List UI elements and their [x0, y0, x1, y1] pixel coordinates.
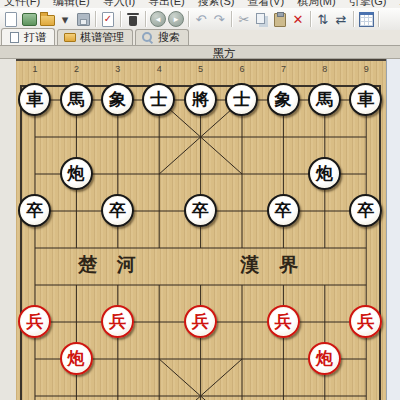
board-cell: 卒: [262, 192, 303, 229]
open-icon[interactable]: [38, 10, 56, 28]
board-cell: 兵: [180, 303, 221, 340]
toolbar-separator: [145, 11, 146, 27]
board-cell: 炮: [304, 340, 345, 377]
toolbar-separator: [353, 11, 354, 27]
redo-icon[interactable]: ↷: [210, 10, 228, 28]
black-piece-車[interactable]: 車: [18, 83, 51, 116]
toolbar-separator: [231, 11, 232, 27]
board-cell: 車: [345, 81, 386, 118]
tab-label: 搜索: [158, 30, 180, 45]
board-area: 楚河 漢界 車馬象士將士象馬車炮炮卒卒卒卒卒兵兵兵兵兵炮炮 123456789: [0, 59, 400, 400]
edit-icon[interactable]: [99, 10, 117, 28]
black-piece-卒[interactable]: 卒: [184, 194, 217, 227]
back-icon[interactable]: [149, 10, 167, 28]
open-dropdown-caret[interactable]: ▾: [56, 10, 74, 28]
tab-label: 打谱: [24, 30, 46, 45]
black-piece-卒[interactable]: 卒: [267, 194, 300, 227]
red-piece-兵[interactable]: 兵: [267, 305, 300, 338]
table-icon[interactable]: [357, 10, 375, 28]
remove-icon[interactable]: ✕: [289, 10, 307, 28]
column-number: 6: [236, 64, 248, 74]
board-cell: 卒: [345, 192, 386, 229]
menu-item[interactable]: 文件(F): [4, 0, 40, 8]
red-piece-炮[interactable]: 炮: [308, 342, 341, 375]
board-cell: 象: [262, 81, 303, 118]
menu-item[interactable]: 引擎(G): [349, 0, 387, 8]
sort-icon[interactable]: ⇅: [314, 10, 332, 28]
board-cell: 炮: [55, 155, 96, 192]
black-piece-將[interactable]: 將: [184, 83, 217, 116]
board-cell: 將: [180, 81, 221, 118]
board-cell: 士: [221, 81, 262, 118]
board-cell: 卒: [97, 192, 138, 229]
new-icon[interactable]: [2, 10, 20, 28]
menu-bar: 文件(F)编辑(E)导入(I)导出(E)搜索(S)查看(V)棋局(M)引擎(G)…: [0, 0, 400, 8]
xiangqi-board[interactable]: 楚河 漢界 車馬象士將士象馬車炮炮卒卒卒卒卒兵兵兵兵兵炮炮 123456789: [16, 59, 387, 400]
black-piece-士[interactable]: 士: [225, 83, 258, 116]
column-number: 4: [153, 64, 165, 74]
menu-row: 文件(F)编辑(E)导入(I)导出(E)搜索(S)查看(V)棋局(M)引擎(G)…: [4, 0, 400, 8]
board-cell: 車: [14, 81, 55, 118]
column-number: 2: [70, 64, 82, 74]
column-number: 3: [112, 64, 124, 74]
board-cell: 卒: [180, 192, 221, 229]
paste-icon[interactable]: [271, 10, 289, 28]
tab-label: 棋谱管理: [80, 30, 124, 45]
board-cell: 卒: [14, 192, 55, 229]
toolbar-separator: [95, 11, 96, 27]
piece-layer: 車馬象士將士象馬車炮炮卒卒卒卒卒兵兵兵兵兵炮炮: [14, 81, 387, 377]
red-piece-兵[interactable]: 兵: [101, 305, 134, 338]
board-cell: 兵: [97, 303, 138, 340]
menu-item[interactable]: 导出(E): [148, 0, 185, 8]
undo-icon[interactable]: ↶: [192, 10, 210, 28]
black-piece-車[interactable]: 車: [349, 83, 382, 116]
red-piece-兵[interactable]: 兵: [18, 305, 51, 338]
document-icon: [8, 31, 20, 43]
side-to-move-bar: 黑方: [0, 46, 400, 59]
delete-icon[interactable]: [124, 10, 142, 28]
black-piece-象[interactable]: 象: [267, 83, 300, 116]
board-cell: 兵: [345, 303, 386, 340]
save-icon[interactable]: [74, 10, 92, 28]
board-icon[interactable]: [20, 10, 38, 28]
black-piece-馬[interactable]: 馬: [60, 83, 93, 116]
board-cell: 炮: [55, 340, 96, 377]
black-piece-炮[interactable]: 炮: [308, 157, 341, 190]
tab-打谱[interactable]: 打谱: [1, 28, 55, 45]
column-number: 1: [29, 64, 41, 74]
black-piece-卒[interactable]: 卒: [18, 194, 51, 227]
black-piece-士[interactable]: 士: [142, 83, 175, 116]
cut-icon[interactable]: ✂: [235, 10, 253, 28]
swap-icon[interactable]: ⇄: [332, 10, 350, 28]
menu-item[interactable]: 查看(V): [247, 0, 284, 8]
toolbar-separator: [310, 11, 311, 27]
black-piece-炮[interactable]: 炮: [60, 157, 93, 190]
tab-bar: 打谱棋谱管理搜索: [0, 30, 400, 46]
folder-icon: [64, 32, 76, 44]
xiangqi-app-window: 文件(F)编辑(E)导入(I)导出(E)搜索(S)查看(V)棋局(M)引擎(G)…: [0, 0, 400, 400]
black-piece-卒[interactable]: 卒: [349, 194, 382, 227]
toolbar-separator: [188, 11, 189, 27]
toolbar-separator: [378, 11, 379, 27]
column-number: 8: [319, 64, 331, 74]
black-piece-卒[interactable]: 卒: [101, 194, 134, 227]
toolbar-separator: [120, 11, 121, 27]
toolbar: ▾↶↷✂✕⇅⇄: [0, 8, 400, 31]
column-number: 9: [360, 64, 372, 74]
board-cell: 炮: [304, 155, 345, 192]
menu-item[interactable]: 编辑(E): [53, 0, 90, 8]
search-icon: [142, 32, 154, 44]
menu-item[interactable]: 导入(I): [103, 0, 135, 8]
window-right-edge: [386, 59, 400, 400]
menu-item[interactable]: 搜索(S): [198, 0, 235, 8]
board-cell: 兵: [262, 303, 303, 340]
board-cell: 象: [97, 81, 138, 118]
red-piece-炮[interactable]: 炮: [60, 342, 93, 375]
menu-item[interactable]: 棋局(M): [297, 0, 336, 8]
board-cell: 兵: [14, 303, 55, 340]
black-piece-馬[interactable]: 馬: [308, 83, 341, 116]
board-cell: 士: [138, 81, 179, 118]
board-cell: 馬: [304, 81, 345, 118]
board-cell: 馬: [55, 81, 96, 118]
red-piece-兵[interactable]: 兵: [349, 305, 382, 338]
forward-icon[interactable]: [167, 10, 185, 28]
tab-搜索[interactable]: 搜索: [135, 29, 189, 45]
black-piece-象[interactable]: 象: [101, 83, 134, 116]
red-piece-兵[interactable]: 兵: [184, 305, 217, 338]
column-number: 5: [195, 64, 207, 74]
column-number: 7: [277, 64, 289, 74]
tab-棋谱管理[interactable]: 棋谱管理: [57, 29, 133, 45]
copy-icon[interactable]: [253, 10, 271, 28]
